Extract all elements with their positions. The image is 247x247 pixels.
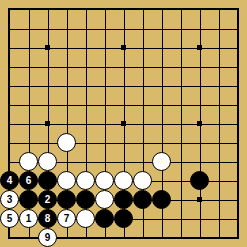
stone-white bbox=[152, 152, 171, 171]
move-number-label: 1 bbox=[26, 214, 32, 224]
stone-white-move-7: 7 bbox=[57, 209, 76, 228]
move-number-label: 7 bbox=[64, 214, 70, 224]
move-number-label: 2 bbox=[45, 195, 51, 205]
stone-white bbox=[114, 171, 133, 190]
stone-black-move-2: 2 bbox=[38, 190, 57, 209]
stone-white-move-9: 9 bbox=[38, 228, 57, 247]
move-number-label: 9 bbox=[45, 233, 51, 243]
stone-white bbox=[76, 209, 95, 228]
stone-black-move-8: 8 bbox=[38, 209, 57, 228]
move-number-label: 4 bbox=[7, 176, 13, 186]
stone-black-move-4: 4 bbox=[0, 171, 19, 190]
stone-white bbox=[57, 171, 76, 190]
go-board: 463251879 bbox=[0, 0, 247, 247]
stone-white-move-3: 3 bbox=[0, 190, 19, 209]
stone-black bbox=[114, 209, 133, 228]
go-diagram: 463251879 bbox=[0, 0, 247, 247]
stone-white bbox=[95, 190, 114, 209]
stone-black bbox=[114, 190, 133, 209]
stone-white bbox=[38, 152, 57, 171]
stone-white bbox=[76, 171, 95, 190]
stone-black-move-6: 6 bbox=[19, 171, 38, 190]
move-number-label: 6 bbox=[26, 176, 32, 186]
stone-white bbox=[133, 171, 152, 190]
stone-black bbox=[76, 190, 95, 209]
stone-black bbox=[19, 190, 38, 209]
stone-white bbox=[57, 133, 76, 152]
move-number-label: 8 bbox=[45, 214, 51, 224]
stone-black bbox=[190, 171, 209, 190]
stone-white-move-5: 5 bbox=[0, 209, 19, 228]
stone-white-move-1: 1 bbox=[19, 209, 38, 228]
stone-white bbox=[19, 152, 38, 171]
move-number-label: 3 bbox=[7, 195, 13, 205]
stone-white bbox=[95, 171, 114, 190]
move-number-label: 5 bbox=[7, 214, 13, 224]
stone-black bbox=[152, 190, 171, 209]
stone-black bbox=[38, 171, 57, 190]
stone-black bbox=[57, 190, 76, 209]
stone-black bbox=[133, 190, 152, 209]
stone-black bbox=[95, 209, 114, 228]
